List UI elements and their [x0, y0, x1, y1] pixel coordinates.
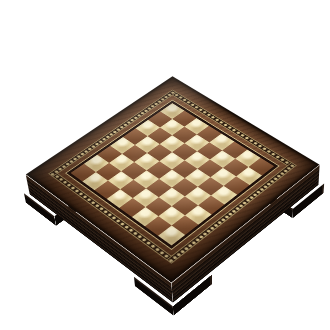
- product-photo-background: [0, 0, 330, 330]
- board-top-surface: [26, 76, 320, 283]
- chessboard: [26, 77, 320, 284]
